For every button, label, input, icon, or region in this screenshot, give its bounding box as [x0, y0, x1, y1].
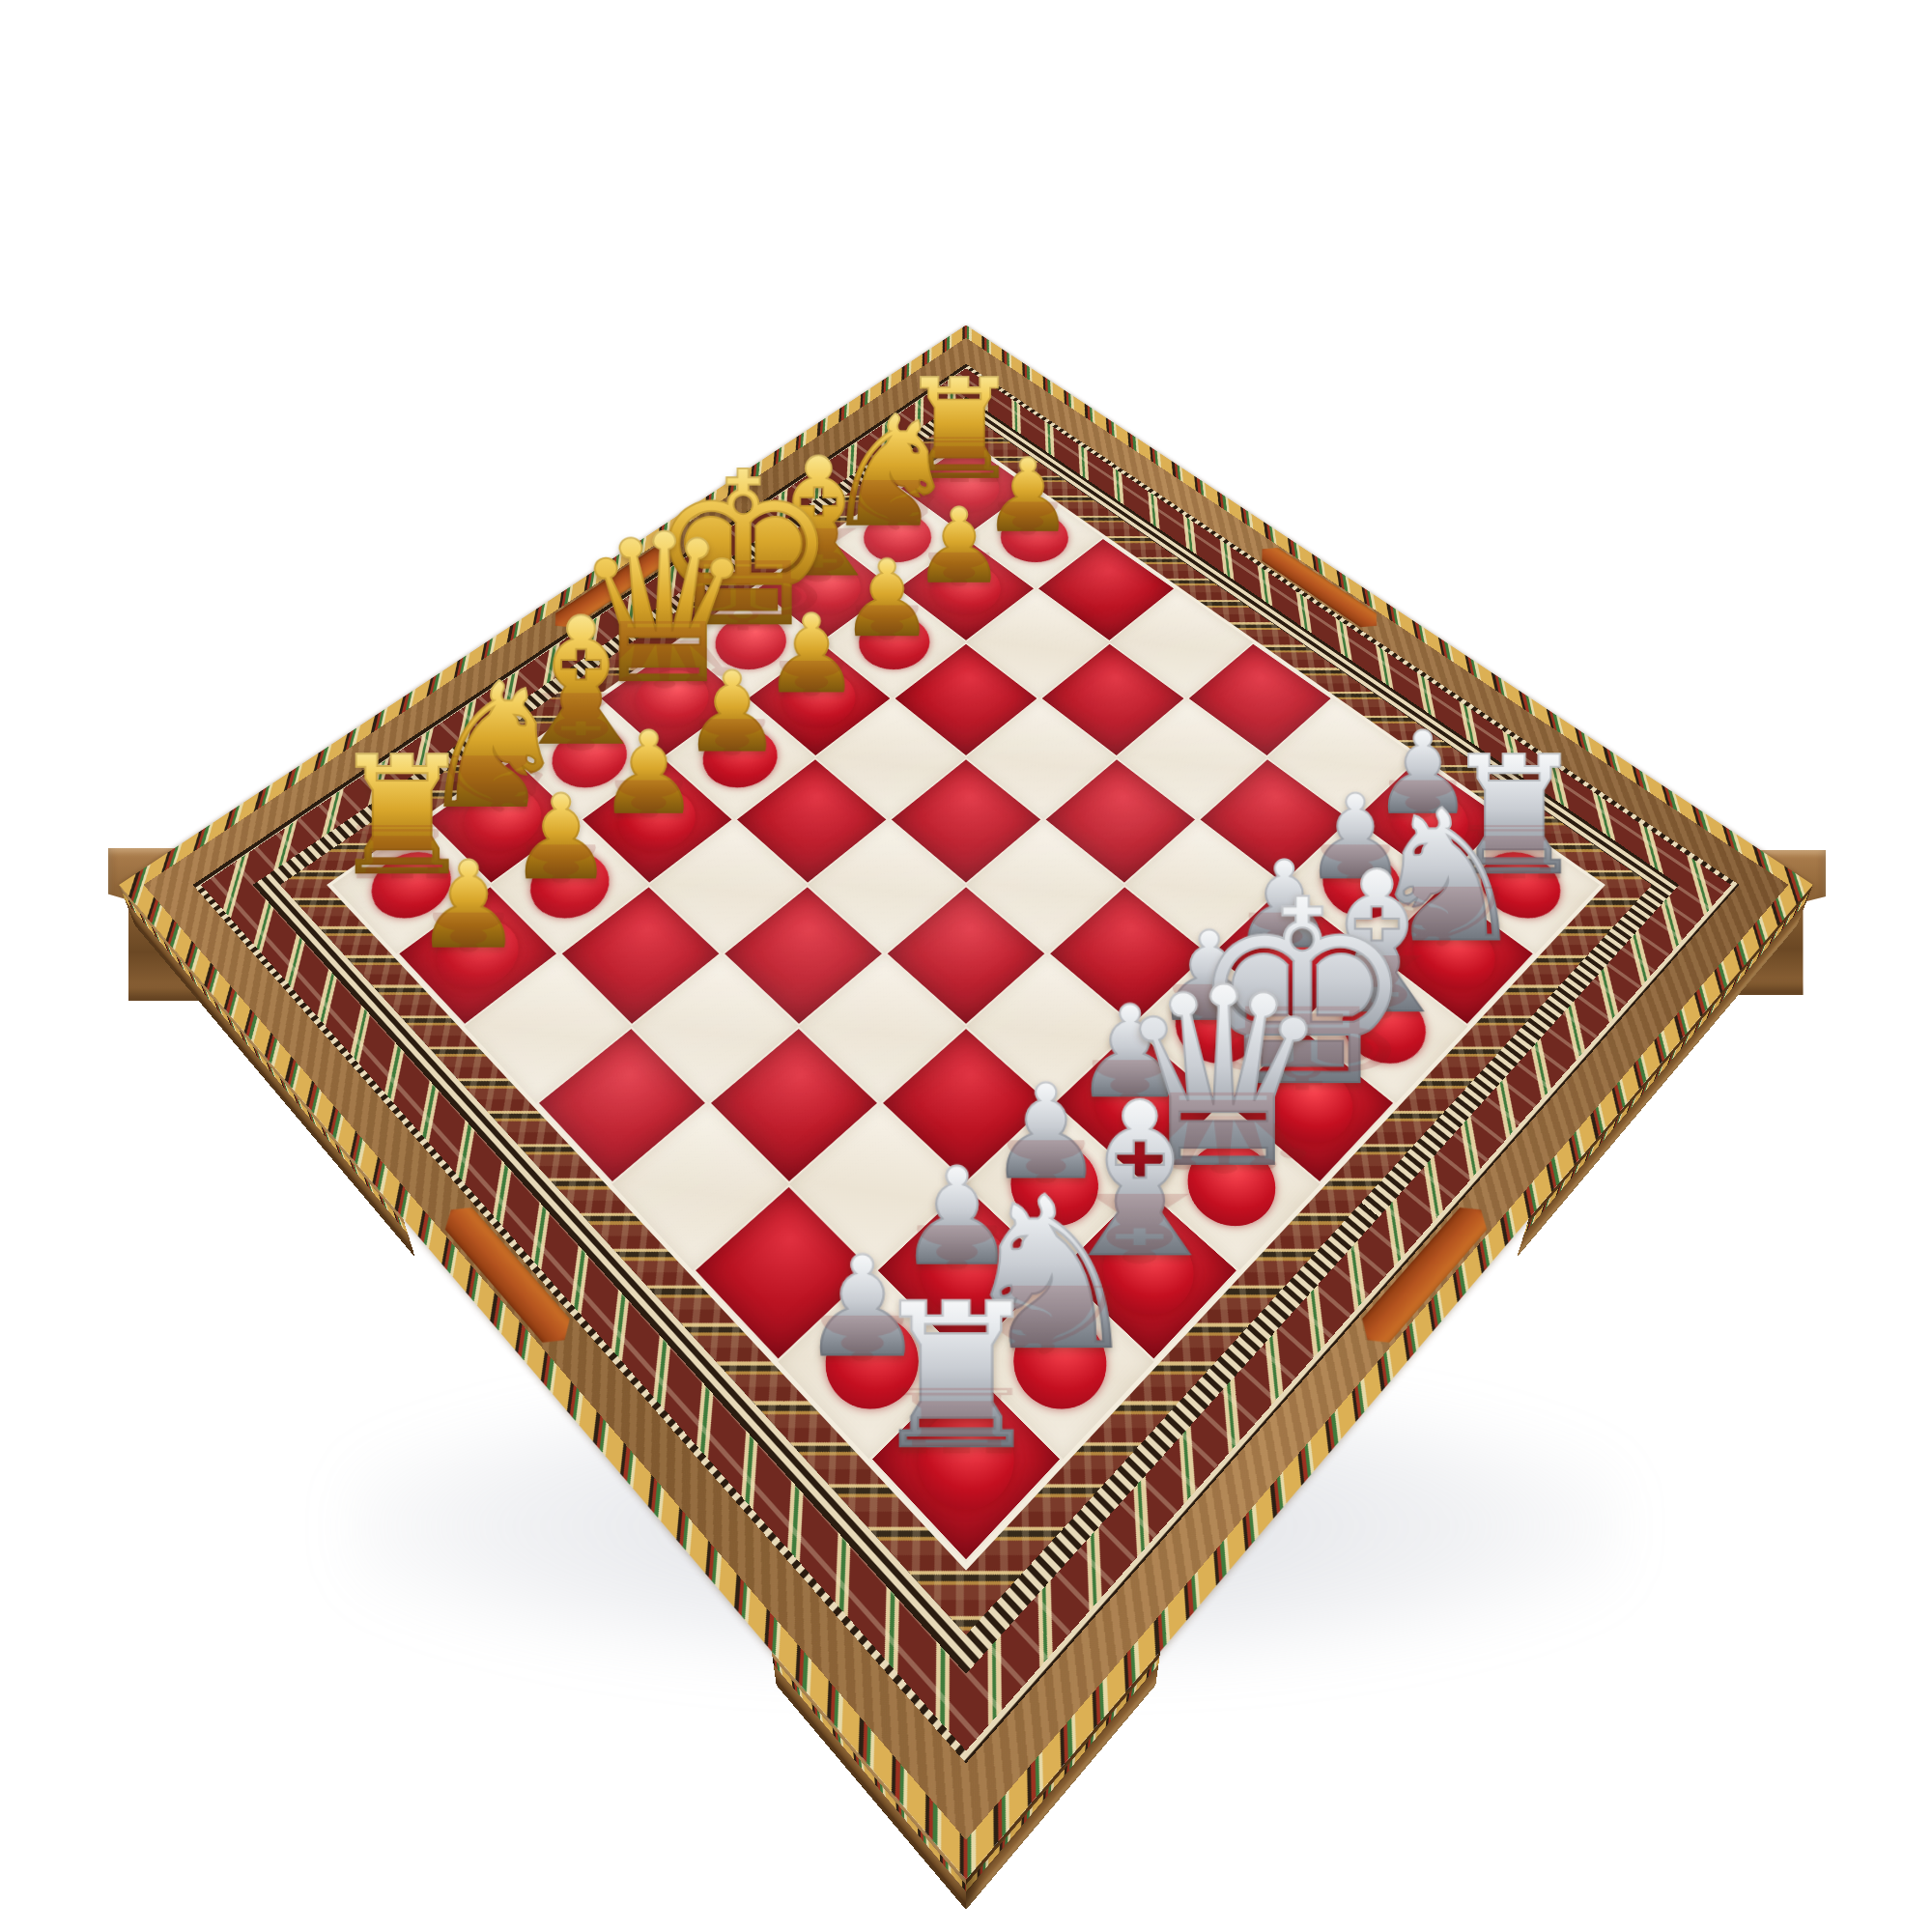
frame-diamond-mosaic-band: ♜♟♟♜♞♟♟♞♝♟♟♝♚♟♟♚♛♟♟♛♝♟♟♝♞♟♟♞♜♟♟♜	[280, 412, 1652, 1634]
frame-wood-band-inner: ♜♟♟♜♞♟♟♞♝♟♟♝♚♟♟♚♛♟♟♛♝♟♟♝♞♟♟♞♜♟♟♜	[261, 401, 1670, 1662]
chess-board: ♜♟♟♜♞♟♟♞♝♟♟♝♚♟♟♚♛♟♟♛♝♟♟♝♞♟♟♞♜♟♟♜	[119, 326, 1813, 1880]
frame-inner-white-line: ♜♟♟♜♞♟♟♞♝♟♟♝♚♟♟♚♛♟♟♛♝♟♟♝♞♟♟♞♜♟♟♜	[327, 439, 1605, 1571]
playing-surface: ♜♟♟♜♞♟♟♞♝♟♟♝♚♟♟♚♛♟♟♛♝♟♟♝♞♟♟♞♜♟♟♜	[332, 441, 1600, 1563]
frame-dash-line: ♜♟♟♜♞♟♟♞♝♟♟♝♚♟♟♚♛♟♟♛♝♟♟♝♞♟♟♞♜♟♟♜	[193, 364, 1740, 1764]
gold-pawn[interactable]: ♟	[509, 784, 613, 892]
board-square-a1[interactable]: ♜	[869, 1362, 1064, 1563]
silver-rook[interactable]: ♜	[867, 1286, 1045, 1469]
board-square-f4[interactable]	[1043, 757, 1198, 885]
board-square-c6[interactable]	[649, 819, 808, 953]
frame-stripe-rim: ♜♟♟♜♞♟♟♞♝♟♟♝♚♟♟♚♛♟♟♛♝♟♟♝♞♟♟♞♜♟♟♜	[119, 326, 1813, 1880]
frame-star-mosaic-band: ♜♟♟♜♞♟♟♞♝♟♟♝♚♟♟♚♛♟♟♛♝♟♟♝♞♟♟♞♜♟♟♜	[201, 368, 1731, 1750]
gold-pawn[interactable]: ♟	[414, 851, 522, 961]
frame-dash-line: ♜♟♟♜♞♟♟♞♝♟♟♝♚♟♟♚♛♟♟♛♝♟♟♝♞♟♟♞♜♟♟♜	[253, 397, 1679, 1674]
photo-scene: ♜♟♟♜♞♟♟♞♝♟♟♝♚♟♟♚♛♟♟♛♝♟♟♝♞♟♟♞♜♟♟♜	[0, 0, 1932, 1932]
frame-wood-band: ♜♟♟♜♞♟♟♞♝♟♟♝♚♟♟♚♛♟♟♛♝♟♟♝♞♟♟♞♜♟♟♜	[144, 338, 1789, 1840]
board-square-a7[interactable]: ♟	[396, 885, 558, 1026]
